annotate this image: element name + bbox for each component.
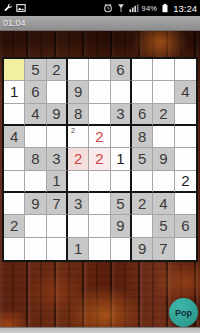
cell-digit: 1 bbox=[116, 151, 124, 166]
sudoku-cell-r4c5[interactable]: 2 bbox=[89, 126, 110, 148]
sudoku-cell-r7c4[interactable]: 3 bbox=[68, 193, 89, 215]
sudoku-cell-r6c4[interactable] bbox=[68, 171, 89, 193]
sudoku-cell-r6c3[interactable]: 1 bbox=[47, 171, 68, 193]
sudoku-cell-r9c8[interactable]: 7 bbox=[153, 238, 174, 260]
sudoku-cell-r8c2[interactable] bbox=[25, 215, 46, 237]
status-clock: 13:24 bbox=[173, 3, 197, 14]
sudoku-cell-r2c5[interactable] bbox=[89, 81, 110, 103]
cell-digit: 6 bbox=[116, 62, 124, 77]
game-timer: 01:04 bbox=[3, 18, 26, 28]
sudoku-cell-r7c7[interactable]: 2 bbox=[132, 193, 153, 215]
cell-digit: 8 bbox=[138, 129, 146, 144]
wrench-icon bbox=[3, 3, 13, 13]
cell-digit: 7 bbox=[159, 241, 167, 256]
sudoku-cell-r1c9[interactable] bbox=[175, 59, 196, 81]
cell-digit: 6 bbox=[138, 106, 146, 121]
sudoku-cell-r7c2[interactable]: 9 bbox=[25, 193, 46, 215]
sudoku-cell-r2c2[interactable]: 6 bbox=[25, 81, 46, 103]
sudoku-cell-r7c6[interactable]: 5 bbox=[111, 193, 132, 215]
image-icon bbox=[16, 3, 26, 13]
cell-digit: 5 bbox=[138, 151, 146, 166]
sudoku-cell-r3c5[interactable] bbox=[89, 104, 110, 126]
cell-digit: 1 bbox=[74, 241, 82, 256]
sudoku-cell-r2c4[interactable]: 9 bbox=[68, 81, 89, 103]
battery-percent: 94% bbox=[142, 4, 158, 13]
sudoku-cell-r4c2[interactable] bbox=[25, 126, 46, 148]
sudoku-cell-r3c4[interactable]: 8 bbox=[68, 104, 89, 126]
sudoku-cell-r1c7[interactable] bbox=[132, 59, 153, 81]
sudoku-cell-r8c1[interactable]: 2 bbox=[4, 215, 25, 237]
cell-digit: 9 bbox=[159, 151, 167, 166]
sudoku-cell-r6c7[interactable] bbox=[132, 171, 153, 193]
timer-bar: 01:04 bbox=[0, 16, 200, 31]
sudoku-cell-r5c5[interactable]: 2 bbox=[89, 148, 110, 170]
sudoku-cell-r4c6[interactable] bbox=[111, 126, 132, 148]
cell-digit: 2 bbox=[95, 151, 103, 166]
cell-digit: 3 bbox=[52, 151, 60, 166]
sudoku-cell-r6c8[interactable] bbox=[153, 171, 174, 193]
cell-digit: 6 bbox=[31, 84, 39, 99]
sudoku-cell-r2c6[interactable] bbox=[111, 81, 132, 103]
cell-digit: 6 bbox=[181, 218, 189, 233]
sudoku-cell-r3c9[interactable] bbox=[175, 104, 196, 126]
sudoku-cell-r7c9[interactable] bbox=[175, 193, 196, 215]
sudoku-cell-r9c2[interactable] bbox=[25, 238, 46, 260]
sudoku-cell-r3c7[interactable]: 6 bbox=[132, 104, 153, 126]
cell-digit: 4 bbox=[159, 196, 167, 211]
sudoku-cell-r9c5[interactable] bbox=[89, 238, 110, 260]
sudoku-cell-r9c4[interactable]: 1 bbox=[68, 238, 89, 260]
cell-digit: 2 bbox=[138, 196, 146, 211]
cell-digit: 4 bbox=[10, 129, 18, 144]
sudoku-cell-r5c6[interactable]: 1 bbox=[111, 148, 132, 170]
sudoku-cell-r4c9[interactable] bbox=[175, 126, 196, 148]
sudoku-cell-r1c4[interactable] bbox=[68, 59, 89, 81]
sudoku-cell-r1c5[interactable] bbox=[89, 59, 110, 81]
sudoku-cell-r6c9[interactable]: 2 bbox=[175, 171, 196, 193]
status-bar: 94% 13:24 bbox=[0, 0, 200, 16]
sudoku-cell-r6c1[interactable] bbox=[4, 171, 25, 193]
sudoku-cell-r3c3[interactable]: 9 bbox=[47, 104, 68, 126]
cell-digit: 9 bbox=[138, 241, 146, 256]
sudoku-cell-r8c5[interactable] bbox=[89, 215, 110, 237]
cell-digit: 5 bbox=[31, 62, 39, 77]
cell-digit: 1 bbox=[52, 173, 60, 188]
signal-icon bbox=[129, 3, 139, 13]
pop-button-label: Pop bbox=[175, 308, 192, 318]
sudoku-cell-r8c3[interactable] bbox=[47, 215, 68, 237]
sudoku-cell-r9c6[interactable] bbox=[111, 238, 132, 260]
sudoku-cell-r7c3[interactable]: 7 bbox=[47, 193, 68, 215]
sudoku-cell-r5c2[interactable]: 8 bbox=[25, 148, 46, 170]
pencil-mark: 2 bbox=[71, 127, 75, 134]
sudoku-cell-r9c9[interactable] bbox=[175, 238, 196, 260]
cell-digit: 9 bbox=[31, 196, 39, 211]
sudoku-cell-r1c6[interactable]: 6 bbox=[111, 59, 132, 81]
pop-button[interactable]: Pop bbox=[169, 298, 198, 327]
sudoku-cell-r8c9[interactable]: 6 bbox=[175, 215, 196, 237]
cell-digit: 5 bbox=[159, 218, 167, 233]
cell-digit: 9 bbox=[116, 218, 124, 233]
sudoku-cell-r2c3[interactable] bbox=[47, 81, 68, 103]
sudoku-cell-r5c8[interactable]: 9 bbox=[153, 148, 174, 170]
cell-digit: 2 bbox=[52, 62, 60, 77]
sudoku-cell-r2c1[interactable]: 1 bbox=[4, 81, 25, 103]
sudoku-cell-r9c7[interactable]: 9 bbox=[132, 238, 153, 260]
cell-digit: 9 bbox=[74, 84, 82, 99]
sudoku-cell-r5c1[interactable] bbox=[4, 148, 25, 170]
sudoku-cell-r6c2[interactable] bbox=[25, 171, 46, 193]
cell-digit: 3 bbox=[116, 106, 124, 121]
sudoku-cell-r8c7[interactable] bbox=[132, 215, 153, 237]
sudoku-cell-r6c5[interactable] bbox=[89, 171, 110, 193]
sudoku-cell-r3c6[interactable]: 3 bbox=[111, 104, 132, 126]
sudoku-cell-r5c9[interactable] bbox=[175, 148, 196, 170]
cell-digit: 2 bbox=[95, 129, 103, 144]
cell-digit: 4 bbox=[181, 84, 189, 99]
cell-digit: 2 bbox=[74, 151, 82, 166]
sudoku-cell-r1c1[interactable] bbox=[4, 59, 25, 81]
cell-digit: 4 bbox=[31, 106, 39, 121]
cell-digit: 2 bbox=[181, 173, 189, 188]
sudoku-cell-r5c4[interactable]: 2 bbox=[68, 148, 89, 170]
sudoku-cell-r3c8[interactable]: 2 bbox=[153, 104, 174, 126]
sudoku-cell-r3c2[interactable]: 4 bbox=[25, 104, 46, 126]
app-screen: 94% 13:24 01:04 526169449836242288322159… bbox=[0, 0, 200, 333]
sudoku-cell-r7c8[interactable]: 4 bbox=[153, 193, 174, 215]
cell-digit: 5 bbox=[116, 196, 124, 211]
sudoku-cell-r2c7[interactable] bbox=[132, 81, 153, 103]
sudoku-cell-r4c8[interactable] bbox=[153, 126, 174, 148]
sudoku-cell-r1c8[interactable] bbox=[153, 59, 174, 81]
sudoku-cell-r3c1[interactable] bbox=[4, 104, 25, 126]
cell-digit: 2 bbox=[159, 106, 167, 121]
cell-digit: 7 bbox=[52, 196, 60, 211]
sudoku-cell-r9c3[interactable] bbox=[47, 238, 68, 260]
sudoku-cell-r4c1[interactable]: 4 bbox=[4, 126, 25, 148]
battery-icon bbox=[160, 3, 170, 13]
cell-digit: 9 bbox=[52, 106, 60, 121]
sudoku-cell-r8c4[interactable] bbox=[68, 215, 89, 237]
sudoku-cell-r7c5[interactable] bbox=[89, 193, 110, 215]
cell-digit: 2 bbox=[10, 218, 18, 233]
status-right-group: 94% 13:24 bbox=[103, 3, 197, 14]
sudoku-cell-r2c8[interactable] bbox=[153, 81, 174, 103]
cell-digit: 8 bbox=[74, 106, 82, 121]
cell-digit: 3 bbox=[74, 196, 82, 211]
sudoku-cell-r4c3[interactable] bbox=[47, 126, 68, 148]
sudoku-cell-r2c9[interactable]: 4 bbox=[175, 81, 196, 103]
cell-digit: 1 bbox=[10, 84, 18, 99]
sudoku-cell-r8c6[interactable]: 9 bbox=[111, 215, 132, 237]
antenna-icon bbox=[116, 3, 126, 13]
sudoku-cell-r6c6[interactable] bbox=[111, 171, 132, 193]
sudoku-cell-r1c3[interactable]: 2 bbox=[47, 59, 68, 81]
sudoku-cell-r8c8[interactable]: 5 bbox=[153, 215, 174, 237]
bottom-strip bbox=[0, 327, 200, 333]
sudoku-cell-r9c1[interactable] bbox=[4, 238, 25, 260]
sudoku-cell-r1c2[interactable]: 5 bbox=[25, 59, 46, 81]
sudoku-cell-r5c3[interactable]: 3 bbox=[47, 148, 68, 170]
alarm-icon bbox=[103, 3, 113, 13]
sudoku-cell-r5c7[interactable]: 5 bbox=[132, 148, 153, 170]
sudoku-cell-r4c7[interactable]: 8 bbox=[132, 126, 153, 148]
status-left-icons bbox=[3, 3, 26, 13]
sudoku-cell-r4c4[interactable]: 2 bbox=[68, 126, 89, 148]
cell-digit: 8 bbox=[31, 151, 39, 166]
sudoku-cell-r7c1[interactable] bbox=[4, 193, 25, 215]
sudoku-board: 526169449836242288322159129735242956197 bbox=[2, 57, 198, 262]
